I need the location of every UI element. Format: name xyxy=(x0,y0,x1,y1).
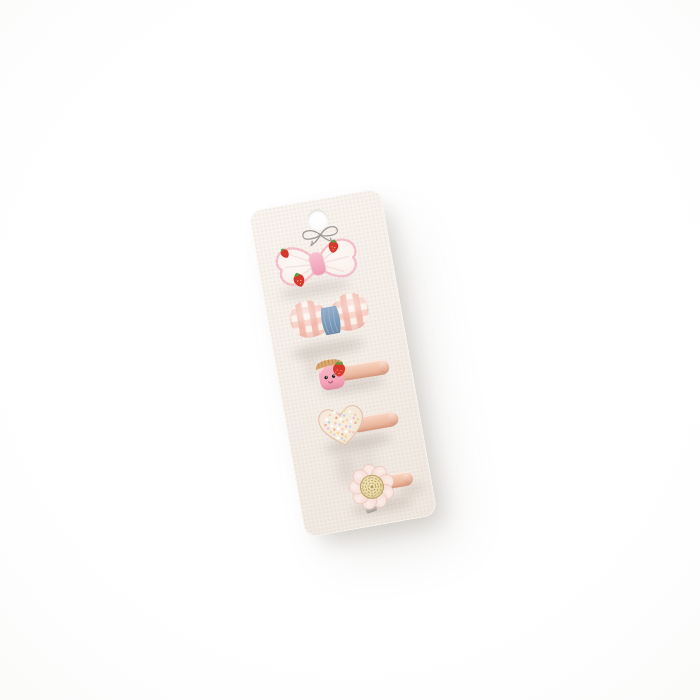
display-card xyxy=(248,188,438,538)
clip-shadows xyxy=(248,188,380,211)
clip-sequin-heart xyxy=(315,401,370,453)
heart-base xyxy=(317,404,367,449)
clip-jam-jar xyxy=(308,351,357,400)
product-photo xyxy=(0,0,700,700)
clip-raffia-flower xyxy=(342,456,402,516)
